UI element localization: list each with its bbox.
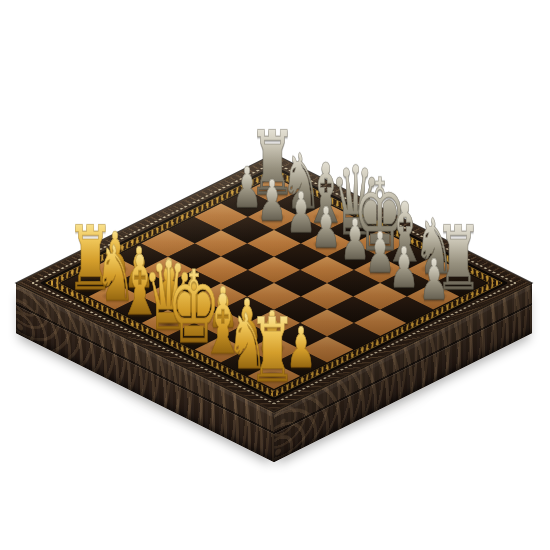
gold-piece-glyph: ♜ [248,307,295,395]
silver-piece-glyph: ♟ [419,252,449,308]
chess-set-photo: ♜♞♝♛♚♝♞♜♟♟♟♟♟♟♟♟♟♟♟♟♟♟♟♟♜♞♝♛♚♝♞♜ [0,0,550,550]
gold-rook-h1[interactable]: ♜ [212,312,332,376]
silver-pawn-h7[interactable]: ♟ [374,255,494,296]
